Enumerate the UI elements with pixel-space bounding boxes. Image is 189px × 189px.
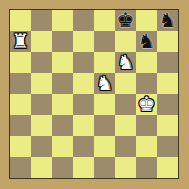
- square-c8[interactable]: [52, 10, 73, 31]
- square-c1[interactable]: [52, 157, 73, 178]
- square-d8[interactable]: [73, 10, 94, 31]
- square-b6[interactable]: [31, 52, 52, 73]
- square-a6[interactable]: [10, 52, 31, 73]
- square-g4[interactable]: ♚: [136, 94, 157, 115]
- square-c4[interactable]: [52, 94, 73, 115]
- square-f7[interactable]: [115, 31, 136, 52]
- square-a1[interactable]: [10, 157, 31, 178]
- square-g8[interactable]: [136, 10, 157, 31]
- square-b7[interactable]: [31, 31, 52, 52]
- square-d1[interactable]: [73, 157, 94, 178]
- square-g6[interactable]: [136, 52, 157, 73]
- square-e3[interactable]: [94, 115, 115, 136]
- square-e4[interactable]: [94, 94, 115, 115]
- square-f6[interactable]: ♞: [115, 52, 136, 73]
- square-h5[interactable]: [157, 73, 178, 94]
- square-h8[interactable]: ♞: [157, 10, 178, 31]
- square-d6[interactable]: [73, 52, 94, 73]
- square-a3[interactable]: [10, 115, 31, 136]
- square-c2[interactable]: [52, 136, 73, 157]
- square-g1[interactable]: [136, 157, 157, 178]
- chess-board: ♚♞♜♞♞♞♚: [9, 9, 179, 179]
- square-a5[interactable]: [10, 73, 31, 94]
- square-c6[interactable]: [52, 52, 73, 73]
- square-c5[interactable]: [52, 73, 73, 94]
- square-f5[interactable]: [115, 73, 136, 94]
- square-h3[interactable]: [157, 115, 178, 136]
- square-f3[interactable]: [115, 115, 136, 136]
- square-g3[interactable]: [136, 115, 157, 136]
- piece-white-knight[interactable]: ♞: [96, 73, 114, 94]
- square-h7[interactable]: [157, 31, 178, 52]
- square-f2[interactable]: [115, 136, 136, 157]
- square-e2[interactable]: [94, 136, 115, 157]
- square-b1[interactable]: [31, 157, 52, 178]
- piece-white-king[interactable]: ♚: [138, 94, 156, 115]
- square-a8[interactable]: [10, 10, 31, 31]
- board-frame: ♚♞♜♞♞♞♚: [0, 0, 189, 189]
- square-h6[interactable]: [157, 52, 178, 73]
- piece-black-knight[interactable]: ♞: [138, 31, 156, 52]
- square-g5[interactable]: [136, 73, 157, 94]
- square-b3[interactable]: [31, 115, 52, 136]
- square-e6[interactable]: [94, 52, 115, 73]
- square-c3[interactable]: [52, 115, 73, 136]
- square-b5[interactable]: [31, 73, 52, 94]
- square-d2[interactable]: [73, 136, 94, 157]
- square-e5[interactable]: ♞: [94, 73, 115, 94]
- square-h2[interactable]: [157, 136, 178, 157]
- piece-black-knight[interactable]: ♞: [159, 10, 177, 31]
- square-d4[interactable]: [73, 94, 94, 115]
- square-e1[interactable]: [94, 157, 115, 178]
- piece-white-knight[interactable]: ♞: [117, 52, 135, 73]
- square-e7[interactable]: [94, 31, 115, 52]
- square-f8[interactable]: ♚: [115, 10, 136, 31]
- square-a4[interactable]: [10, 94, 31, 115]
- square-g2[interactable]: [136, 136, 157, 157]
- square-b4[interactable]: [31, 94, 52, 115]
- square-b8[interactable]: [31, 10, 52, 31]
- square-g7[interactable]: ♞: [136, 31, 157, 52]
- square-f1[interactable]: [115, 157, 136, 178]
- square-c7[interactable]: [52, 31, 73, 52]
- square-e8[interactable]: [94, 10, 115, 31]
- piece-black-king[interactable]: ♚: [117, 10, 135, 31]
- square-f4[interactable]: [115, 94, 136, 115]
- square-h1[interactable]: [157, 157, 178, 178]
- square-b2[interactable]: [31, 136, 52, 157]
- square-h4[interactable]: [157, 94, 178, 115]
- square-d3[interactable]: [73, 115, 94, 136]
- piece-white-rook[interactable]: ♜: [12, 31, 30, 52]
- square-d7[interactable]: [73, 31, 94, 52]
- square-a7[interactable]: ♜: [10, 31, 31, 52]
- square-a2[interactable]: [10, 136, 31, 157]
- square-d5[interactable]: [73, 73, 94, 94]
